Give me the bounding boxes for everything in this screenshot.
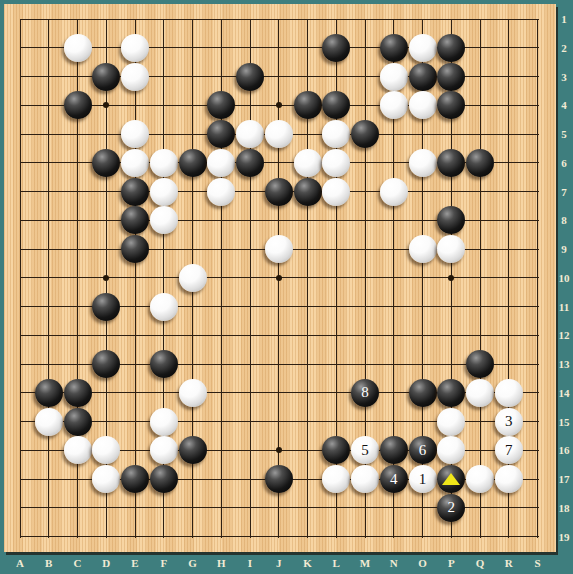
stone-white[interactable] [121, 120, 149, 148]
row-label: 17 [559, 473, 570, 485]
stone-white[interactable] [437, 408, 465, 436]
stone-number-label: 2 [448, 500, 456, 515]
stone-black[interactable] [322, 91, 350, 119]
stone-black[interactable] [294, 178, 322, 206]
column-label: H [217, 557, 226, 569]
stone-white[interactable] [495, 465, 523, 493]
row-label: 13 [559, 358, 570, 370]
column-label: L [333, 557, 340, 569]
go-app-window: 83567412 ABCDEFGHIJKLMNOPQRS123456789101… [0, 0, 573, 574]
stone-black[interactable] [466, 350, 494, 378]
stone-black[interactable]: 6 [409, 436, 437, 464]
stone-white[interactable] [150, 293, 178, 321]
grid-line [48, 19, 49, 538]
row-label: 7 [561, 186, 567, 198]
stone-number-label: 4 [390, 472, 398, 487]
column-label: A [16, 557, 24, 569]
column-label: B [45, 557, 52, 569]
grid-line [20, 19, 21, 538]
stone-white[interactable] [265, 235, 293, 263]
stone-black[interactable] [437, 91, 465, 119]
stone-white[interactable] [150, 178, 178, 206]
stone-black[interactable] [92, 149, 120, 177]
row-label: 10 [559, 272, 570, 284]
stone-white[interactable] [150, 436, 178, 464]
stone-white[interactable] [64, 436, 92, 464]
stone-black[interactable] [265, 178, 293, 206]
stone-black[interactable] [437, 149, 465, 177]
stone-white[interactable] [322, 465, 350, 493]
row-label: 3 [561, 71, 567, 83]
column-label: E [131, 557, 138, 569]
column-label: J [276, 557, 282, 569]
row-label: 19 [559, 531, 570, 543]
stone-white[interactable]: 5 [351, 436, 379, 464]
column-label: O [418, 557, 427, 569]
grid-line [480, 19, 481, 538]
column-label: C [74, 557, 82, 569]
stone-number-label: 1 [419, 472, 427, 487]
stone-black[interactable] [322, 34, 350, 62]
go-board[interactable]: 83567412 [4, 4, 556, 552]
stone-number-label: 7 [505, 443, 513, 458]
stone-black[interactable] [265, 465, 293, 493]
grid-line [135, 19, 136, 538]
column-label: S [534, 557, 540, 569]
stone-black[interactable]: 4 [380, 465, 408, 493]
stone-white[interactable] [437, 436, 465, 464]
row-label: 4 [561, 99, 567, 111]
stone-white[interactable] [64, 34, 92, 62]
stone-black[interactable] [409, 63, 437, 91]
stone-black[interactable] [179, 149, 207, 177]
stone-black[interactable] [466, 149, 494, 177]
stone-black[interactable] [380, 436, 408, 464]
stone-white[interactable] [179, 264, 207, 292]
grid-line [537, 19, 538, 538]
star-point [276, 102, 282, 108]
stone-white[interactable] [409, 235, 437, 263]
row-label: 12 [559, 329, 570, 341]
row-label: 11 [559, 301, 569, 313]
column-label: Q [476, 557, 485, 569]
row-label: 18 [559, 502, 570, 514]
column-label: M [360, 557, 370, 569]
column-label: R [505, 557, 513, 569]
stone-black[interactable] [150, 350, 178, 378]
stone-white[interactable]: 7 [495, 436, 523, 464]
stone-white[interactable] [207, 149, 235, 177]
column-label: D [102, 557, 110, 569]
star-point [448, 275, 454, 281]
stone-white[interactable] [35, 408, 63, 436]
row-label: 15 [559, 416, 570, 428]
stone-white[interactable] [409, 91, 437, 119]
stone-black[interactable] [150, 465, 178, 493]
stone-black[interactable] [121, 465, 149, 493]
stone-white[interactable] [351, 465, 379, 493]
grid-line [20, 19, 539, 20]
stone-black[interactable] [437, 206, 465, 234]
stone-black[interactable] [437, 63, 465, 91]
stone-white[interactable] [322, 120, 350, 148]
stone-white[interactable] [495, 379, 523, 407]
stone-black[interactable]: 8 [351, 379, 379, 407]
stone-number-label: 6 [419, 443, 427, 458]
stone-black[interactable] [207, 120, 235, 148]
stone-black[interactable] [121, 178, 149, 206]
triangle-marker [442, 473, 460, 485]
stone-white[interactable]: 3 [495, 408, 523, 436]
stone-black[interactable] [64, 408, 92, 436]
stone-black[interactable] [207, 91, 235, 119]
row-label: 14 [559, 387, 570, 399]
star-point [103, 275, 109, 281]
stone-number-label: 3 [505, 414, 513, 429]
stone-number-label: 5 [361, 443, 369, 458]
stone-black[interactable] [437, 379, 465, 407]
stone-white[interactable]: 1 [409, 465, 437, 493]
row-label: 1 [561, 13, 567, 25]
row-label: 16 [559, 444, 570, 456]
star-point [276, 275, 282, 281]
grid-line [250, 19, 251, 538]
stone-white[interactable] [150, 206, 178, 234]
stone-black[interactable]: 2 [437, 494, 465, 522]
stone-black[interactable] [322, 436, 350, 464]
grid-line [20, 335, 539, 336]
column-label: F [160, 557, 167, 569]
stone-white[interactable] [150, 149, 178, 177]
stone-black[interactable] [437, 465, 465, 493]
column-label: K [303, 557, 312, 569]
stone-black[interactable] [437, 34, 465, 62]
stone-white[interactable] [380, 178, 408, 206]
column-label: G [188, 557, 197, 569]
stone-white[interactable] [92, 436, 120, 464]
stone-white[interactable] [466, 379, 494, 407]
stone-black[interactable] [35, 379, 63, 407]
stone-white[interactable] [380, 91, 408, 119]
stone-white[interactable] [207, 178, 235, 206]
column-label: N [390, 557, 398, 569]
stone-black[interactable] [92, 63, 120, 91]
stone-white[interactable] [322, 149, 350, 177]
stone-black[interactable] [236, 63, 264, 91]
stone-white[interactable] [236, 120, 264, 148]
star-point [276, 447, 282, 453]
stone-white[interactable] [121, 63, 149, 91]
stone-black[interactable] [64, 379, 92, 407]
row-label: 8 [561, 214, 567, 226]
row-label: 5 [561, 128, 567, 140]
column-label: I [248, 557, 252, 569]
row-label: 2 [561, 42, 567, 54]
stone-black[interactable] [92, 293, 120, 321]
stone-white[interactable] [92, 465, 120, 493]
column-label: P [448, 557, 455, 569]
stone-black[interactable] [236, 149, 264, 177]
stone-black[interactable] [121, 206, 149, 234]
stone-white[interactable] [121, 149, 149, 177]
stone-black[interactable] [380, 34, 408, 62]
row-label: 9 [561, 243, 567, 255]
stone-black[interactable] [121, 235, 149, 263]
stone-white[interactable] [294, 149, 322, 177]
stone-black[interactable] [409, 379, 437, 407]
stone-black[interactable] [179, 436, 207, 464]
stone-white[interactable] [380, 63, 408, 91]
stone-black[interactable] [294, 91, 322, 119]
stone-white[interactable] [322, 178, 350, 206]
stone-white[interactable] [121, 34, 149, 62]
stone-black[interactable] [64, 91, 92, 119]
stone-white[interactable] [437, 235, 465, 263]
stone-white[interactable] [466, 465, 494, 493]
stone-black[interactable] [92, 350, 120, 378]
row-label: 6 [561, 157, 567, 169]
grid-line [20, 536, 539, 537]
stone-white[interactable] [409, 34, 437, 62]
stone-white[interactable] [409, 149, 437, 177]
stone-white[interactable] [150, 408, 178, 436]
stone-white[interactable] [179, 379, 207, 407]
stone-black[interactable] [351, 120, 379, 148]
stone-white[interactable] [265, 120, 293, 148]
star-point [103, 102, 109, 108]
stone-number-label: 8 [361, 385, 369, 400]
